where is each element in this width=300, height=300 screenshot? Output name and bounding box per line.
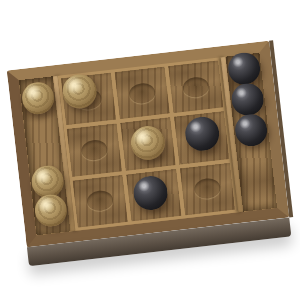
black-ball[interactable]	[183, 115, 221, 153]
cell-r0-c1[interactable]	[115, 67, 170, 120]
dimple	[80, 139, 108, 162]
box-interior	[19, 53, 277, 235]
black-ball[interactable]	[230, 82, 265, 117]
dimple	[182, 75, 210, 98]
cell-r1-c0[interactable]	[67, 124, 122, 177]
dimple	[128, 82, 156, 105]
cell-r2-c1[interactable]	[126, 169, 181, 222]
black-ball[interactable]	[226, 51, 261, 86]
tic-tac-toe-grid	[58, 57, 239, 231]
black-ball[interactable]	[132, 175, 170, 213]
wood-ball[interactable]	[20, 80, 55, 115]
cell-r0-c0[interactable]	[61, 73, 116, 126]
cell-r2-c0[interactable]	[73, 175, 128, 228]
cell-r1-c2[interactable]	[174, 112, 229, 165]
cell-r2-c2[interactable]	[180, 163, 235, 216]
product-photo	[0, 0, 300, 300]
black-ball[interactable]	[233, 113, 268, 148]
dimple	[193, 177, 221, 200]
cell-r1-c1[interactable]	[120, 118, 175, 171]
wood-ball[interactable]	[129, 124, 167, 162]
cell-r0-c2[interactable]	[168, 61, 223, 114]
game-box	[7, 41, 289, 248]
dimple	[86, 190, 114, 213]
wood-ball[interactable]	[33, 193, 68, 228]
